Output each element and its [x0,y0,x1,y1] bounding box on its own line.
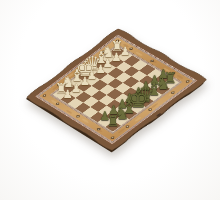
white-pawn-h2[interactable]: ♟ [62,89,72,100]
board-wrapper [0,0,220,200]
black-rook-h8[interactable]: ♜ [107,114,120,129]
white-pawn-g2[interactable]: ♟ [71,83,81,94]
white-pawn-d2[interactable]: ♟ [95,65,105,76]
white-pawn-b2[interactable]: ♟ [111,53,121,64]
white-pawn-a2[interactable]: ♟ [120,47,130,58]
product-photo-stage: ♜♟♞♟♝♟♛♟♚♟♟♝♜♟♟♞♞♟♟♜♝♟♟♛♟♚♟♝♟♞♟♜ [0,0,220,200]
